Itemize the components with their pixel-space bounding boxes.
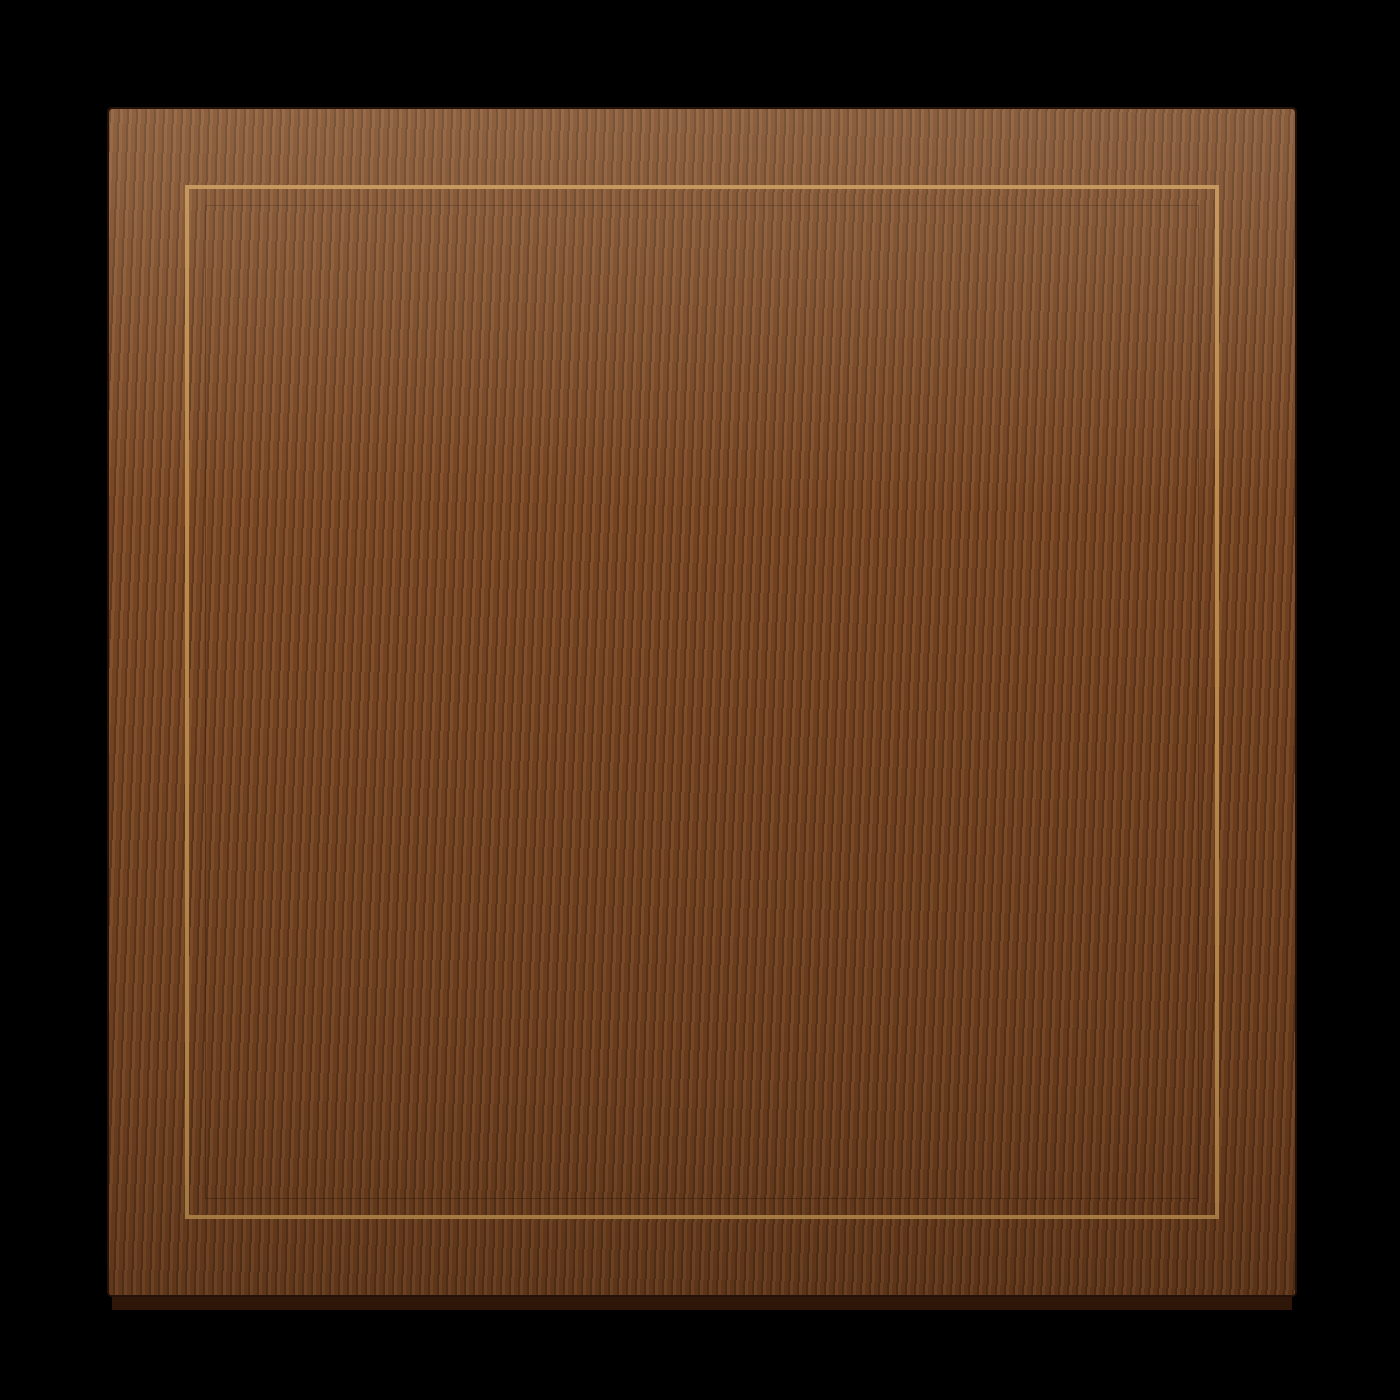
file-labels-top — [206, 109, 1198, 206]
rank-labels-right — [1198, 206, 1295, 1198]
board-grid — [206, 206, 1198, 1198]
chess-board — [107, 107, 1297, 1297]
photo-background — [0, 0, 1400, 1400]
rank-labels-left — [109, 206, 206, 1198]
file-labels-bottom — [206, 1198, 1198, 1295]
